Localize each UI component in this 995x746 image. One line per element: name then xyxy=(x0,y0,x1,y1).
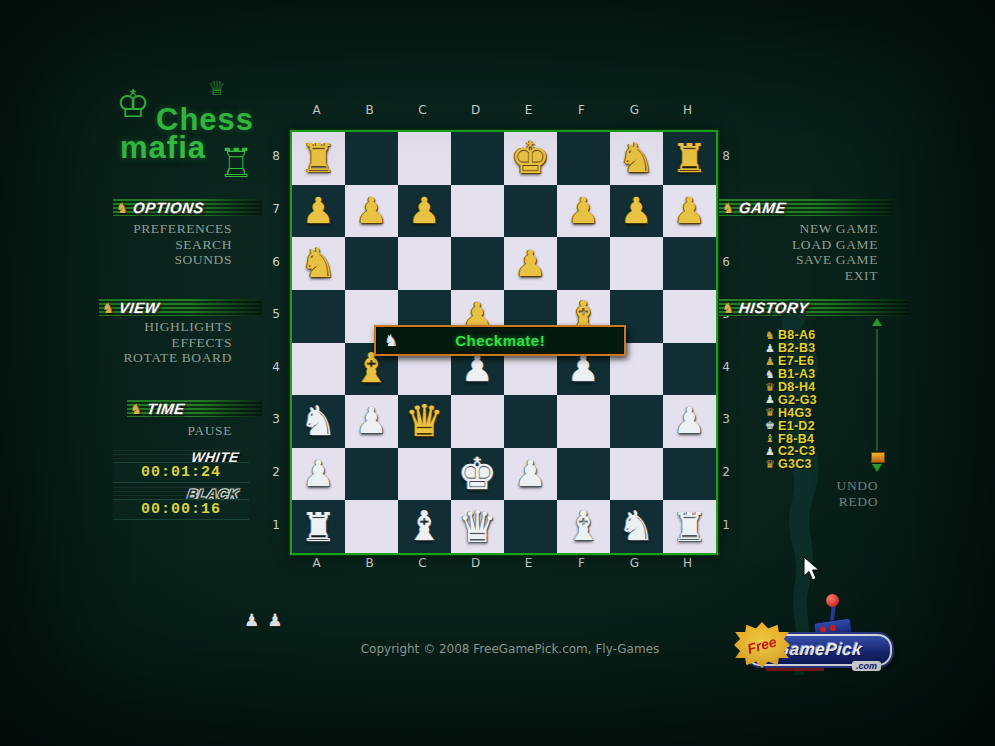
queen-outline-icon: ♕ xyxy=(208,76,226,100)
white-knight-icon: ♞ xyxy=(384,333,398,349)
history-move-text: G2-G3 xyxy=(778,393,817,407)
history-move-9[interactable]: ♝F8-B4 xyxy=(762,432,872,445)
black-q-move-icon: ♛ xyxy=(762,382,778,393)
game-menu: NEW GAMELOAD GAMESAVE GAMEEXIT xyxy=(740,221,878,283)
square-e8[interactable]: ♚ xyxy=(504,132,557,185)
rank-label-4: 4 xyxy=(268,341,284,394)
history-move-7[interactable]: ♛H4G3 xyxy=(762,406,872,419)
square-a5[interactable] xyxy=(292,290,345,343)
square-g2[interactable] xyxy=(610,448,663,501)
square-h7[interactable]: ♟ xyxy=(663,185,716,238)
square-e6[interactable]: ♟ xyxy=(504,237,557,290)
file-label-f: F xyxy=(555,103,608,117)
square-h2[interactable] xyxy=(663,448,716,501)
square-b6[interactable] xyxy=(345,237,398,290)
square-d1[interactable]: ♛ xyxy=(451,500,504,553)
time-title: TIME xyxy=(145,400,185,417)
logo-line2: mafia xyxy=(120,130,206,166)
sidebar-item-options-search[interactable]: SEARCH xyxy=(98,237,232,253)
file-labels-top: ABCDEFGH xyxy=(290,103,714,117)
copyright-text: Copyright © 2008 FreeGamePick.com, Fly-G… xyxy=(310,642,710,656)
piece-black-P-c7[interactable]: ♟ xyxy=(408,193,440,229)
history-move-4[interactable]: ♞B1-A3 xyxy=(762,368,872,381)
piece-black-K-e8[interactable]: ♚ xyxy=(511,136,550,180)
piece-white-K-d2[interactable]: ♚ xyxy=(458,452,497,496)
history-move-text: H4G3 xyxy=(778,406,812,420)
free-text: Free xyxy=(746,633,779,657)
white-p-move-icon: ♟ xyxy=(762,446,778,457)
square-g6[interactable] xyxy=(610,237,663,290)
square-c8[interactable] xyxy=(398,132,451,185)
history-move-text: B2-B3 xyxy=(778,341,816,355)
history-move-1[interactable]: ♞B8-A6 xyxy=(762,329,872,342)
square-b3[interactable]: ♟ xyxy=(345,395,398,448)
undo-redo-menu: UNDO REDO xyxy=(800,478,878,509)
file-label-h: H xyxy=(661,556,714,570)
piece-black-N-g8[interactable]: ♞ xyxy=(618,138,655,179)
history-move-10[interactable]: ♟C2-C3 xyxy=(762,445,872,458)
king-outline-icon: ♔ xyxy=(116,82,150,126)
file-label-f: F xyxy=(555,556,608,570)
sidebar-item-options-preferences[interactable]: PREFERENCES xyxy=(98,221,232,237)
time-header: ♞ TIME xyxy=(127,400,262,417)
file-label-d: D xyxy=(449,556,502,570)
history-move-2[interactable]: ♟B2-B3 xyxy=(762,342,872,355)
knight-icon: ♞ xyxy=(130,402,143,416)
square-b2[interactable] xyxy=(345,448,398,501)
black-n-move-icon: ♞ xyxy=(762,330,778,341)
square-g7[interactable]: ♟ xyxy=(610,185,663,238)
rank-label-2: 2 xyxy=(268,446,284,499)
joystick-ball-icon xyxy=(826,594,839,607)
square-f7[interactable]: ♟ xyxy=(557,185,610,238)
square-d8[interactable] xyxy=(451,132,504,185)
piece-black-P-f7[interactable]: ♟ xyxy=(567,193,599,229)
history-move-text: F8-B4 xyxy=(778,432,814,446)
sidebar-item-view-highlights[interactable]: HIGHLIGHTS xyxy=(88,319,232,335)
square-f1[interactable]: ♝ xyxy=(557,500,610,553)
square-e1[interactable] xyxy=(504,500,557,553)
captured-white-pawn-2: ♟ xyxy=(267,610,282,630)
sidebar-item-view-effects[interactable]: EFFECTS xyxy=(88,335,232,351)
black-q-move-icon: ♛ xyxy=(762,459,778,470)
game-header: ♞ GAME xyxy=(719,199,894,216)
history-move-11[interactable]: ♛G3C3 xyxy=(762,458,872,471)
sidebar-item-game-new-game[interactable]: NEW GAME xyxy=(740,221,878,237)
piece-white-Q-d1[interactable]: ♛ xyxy=(458,505,497,549)
square-d6[interactable] xyxy=(451,237,504,290)
piece-white-P-a2[interactable]: ♟ xyxy=(302,456,334,492)
file-label-g: G xyxy=(608,556,661,570)
square-f8[interactable] xyxy=(557,132,610,185)
history-move-text: E1-D2 xyxy=(778,419,815,433)
history-move-text: B1-A3 xyxy=(778,367,816,381)
square-f2[interactable] xyxy=(557,448,610,501)
square-c2[interactable] xyxy=(398,448,451,501)
piece-black-P-a7[interactable]: ♟ xyxy=(302,193,334,229)
view-title: VIEW xyxy=(117,299,160,316)
sidebar-item-options-sounds[interactable]: SOUNDS xyxy=(98,252,232,268)
square-a1[interactable]: ♜ xyxy=(292,500,345,553)
square-d7[interactable] xyxy=(451,185,504,238)
black-clock-panel: 00:00:16 xyxy=(113,499,249,520)
square-b1[interactable] xyxy=(345,500,398,553)
white-p-move-icon: ♟ xyxy=(762,394,778,405)
square-h4[interactable] xyxy=(663,343,716,396)
rank-label-6: 6 xyxy=(268,235,284,288)
square-g8[interactable]: ♞ xyxy=(610,132,663,185)
square-c7[interactable]: ♟ xyxy=(398,185,451,238)
checkmate-banner: ♞ Checkmate! xyxy=(374,325,626,356)
black-b-move-icon: ♝ xyxy=(762,433,778,444)
square-d2[interactable]: ♚ xyxy=(451,448,504,501)
square-g1[interactable]: ♞ xyxy=(610,500,663,553)
scrollbar-thumb[interactable] xyxy=(871,452,885,463)
file-label-a: A xyxy=(290,103,343,117)
white-clock-time: 00:01:24 xyxy=(113,464,249,481)
rank-label-8: 8 xyxy=(268,130,284,183)
piece-black-R-h8[interactable]: ♜ xyxy=(672,138,708,178)
file-label-h: H xyxy=(661,103,714,117)
move-history-list: ♞B8-A6♟B2-B3♟E7-E6♞B1-A3♛D8-H4♟G2-G3♛H4G… xyxy=(762,329,872,471)
knight-icon: ♞ xyxy=(116,201,129,215)
history-move-text: B8-A6 xyxy=(778,328,816,342)
square-c1[interactable]: ♝ xyxy=(398,500,451,553)
mouse-cursor xyxy=(803,556,821,582)
square-d3[interactable] xyxy=(451,395,504,448)
checkmate-text: Checkmate! xyxy=(398,332,602,349)
time-menu: PAUSE xyxy=(98,423,232,439)
options-header: ♞ OPTIONS xyxy=(113,199,262,216)
file-label-d: D xyxy=(449,103,502,117)
white-p-move-icon: ♟ xyxy=(762,343,778,354)
knight-icon: ♞ xyxy=(102,301,115,315)
square-a7[interactable]: ♟ xyxy=(292,185,345,238)
piece-white-P-f4[interactable]: ♟ xyxy=(567,351,599,387)
rank-label-1: 1 xyxy=(268,498,284,551)
white-k-move-icon: ♚ xyxy=(762,420,778,431)
scrollbar-track[interactable] xyxy=(876,329,878,451)
sidebar-item-time-pause[interactable]: PAUSE xyxy=(98,423,232,439)
sidebar-item-game-exit[interactable]: EXIT xyxy=(740,268,878,284)
square-g3[interactable] xyxy=(610,395,663,448)
knight-icon: ♞ xyxy=(722,201,735,215)
piece-black-Q-c3[interactable]: ♛ xyxy=(405,399,444,443)
rank-label-6: 6 xyxy=(718,235,734,288)
file-label-a: A xyxy=(290,556,343,570)
history-title: HISTORY xyxy=(737,299,809,316)
app-logo: ♔ ♕ Chess mafia ♖ xyxy=(116,88,266,198)
piece-white-P-h3[interactable]: ♟ xyxy=(673,403,705,439)
square-h1[interactable]: ♜ xyxy=(663,500,716,553)
piece-white-N-a3[interactable]: ♞ xyxy=(300,401,337,442)
piece-black-N-a6[interactable]: ♞ xyxy=(300,243,337,284)
piece-white-R-h1[interactable]: ♜ xyxy=(672,507,708,547)
black-p-move-icon: ♟ xyxy=(762,356,778,367)
history-move-8[interactable]: ♚E1-D2 xyxy=(762,419,872,432)
square-f6[interactable] xyxy=(557,237,610,290)
piece-black-P-g7[interactable]: ♟ xyxy=(620,193,652,229)
history-move-3[interactable]: ♟E7-E6 xyxy=(762,355,872,368)
rank-label-8: 8 xyxy=(718,130,734,183)
square-e7[interactable] xyxy=(504,185,557,238)
piece-white-P-e2[interactable]: ♟ xyxy=(514,456,546,492)
piece-white-R-a1[interactable]: ♜ xyxy=(301,507,337,547)
file-label-b: B xyxy=(343,103,396,117)
black-clock-time: 00:00:16 xyxy=(113,501,249,518)
piece-black-P-h7[interactable]: ♟ xyxy=(673,193,705,229)
piece-white-B-c1[interactable]: ♝ xyxy=(406,506,443,547)
history-move-5[interactable]: ♛D8-H4 xyxy=(762,381,872,394)
file-label-g: G xyxy=(608,103,661,117)
scroll-up-arrow[interactable] xyxy=(872,318,882,326)
square-a8[interactable]: ♜ xyxy=(292,132,345,185)
square-a3[interactable]: ♞ xyxy=(292,395,345,448)
file-label-c: C xyxy=(396,556,449,570)
sidebar-item-view-rotate-board[interactable]: ROTATE BOARD xyxy=(88,350,232,366)
history-move-text: E7-E6 xyxy=(778,354,814,368)
file-label-c: C xyxy=(396,103,449,117)
square-a6[interactable]: ♞ xyxy=(292,237,345,290)
file-label-b: B xyxy=(343,556,396,570)
white-clock-panel: 00:01:24 xyxy=(113,462,249,483)
piece-white-N-g1[interactable]: ♞ xyxy=(618,506,655,547)
square-a4[interactable] xyxy=(292,343,345,396)
piece-white-P-b3[interactable]: ♟ xyxy=(355,403,387,439)
square-h6[interactable] xyxy=(663,237,716,290)
piece-black-P-e6[interactable]: ♟ xyxy=(514,246,546,282)
options-menu: PREFERENCESSEARCHSOUNDS xyxy=(98,221,232,268)
history-move-text: G3C3 xyxy=(778,457,812,471)
square-h3[interactable]: ♟ xyxy=(663,395,716,448)
square-f3[interactable] xyxy=(557,395,610,448)
square-b8[interactable] xyxy=(345,132,398,185)
square-c3[interactable]: ♛ xyxy=(398,395,451,448)
rank-label-5: 5 xyxy=(268,288,284,341)
view-header: ♞ VIEW xyxy=(99,299,262,316)
piece-black-R-a8[interactable]: ♜ xyxy=(301,138,337,178)
rank-labels-left: 87654321 xyxy=(268,130,284,551)
history-move-text: C2-C3 xyxy=(778,444,816,458)
knight-icon: ♞ xyxy=(722,301,735,315)
game-title: GAME xyxy=(737,199,786,216)
scroll-down-arrow[interactable] xyxy=(872,464,882,472)
square-c6[interactable] xyxy=(398,237,451,290)
square-a2[interactable]: ♟ xyxy=(292,448,345,501)
file-label-e: E xyxy=(502,556,555,570)
undo-button[interactable]: UNDO xyxy=(800,478,878,494)
captured-white-pawn-1: ♟ xyxy=(244,610,259,630)
rank-label-7: 7 xyxy=(268,183,284,236)
history-move-6[interactable]: ♟G2-G3 xyxy=(762,393,872,406)
piece-black-P-b7[interactable]: ♟ xyxy=(355,193,387,229)
square-e2[interactable]: ♟ xyxy=(504,448,557,501)
file-labels-bottom: ABCDEFGH xyxy=(290,556,714,570)
square-b7[interactable]: ♟ xyxy=(345,185,398,238)
piece-white-P-d4[interactable]: ♟ xyxy=(461,351,493,387)
file-label-e: E xyxy=(502,103,555,117)
tagline-bar xyxy=(766,668,824,671)
game-window: ♔ ♕ Chess mafia ♖ ♞ OPTIONS PREFERENCESS… xyxy=(0,0,995,746)
rank-label-3: 3 xyxy=(268,393,284,446)
black-q-move-icon: ♛ xyxy=(762,407,778,418)
white-n-move-icon: ♞ xyxy=(762,369,778,380)
rook-outline-icon: ♖ xyxy=(218,140,254,186)
square-h5[interactable] xyxy=(663,290,716,343)
history-move-text: D8-H4 xyxy=(778,380,816,394)
dotcom-tab: .com xyxy=(852,661,881,671)
square-e3[interactable] xyxy=(504,395,557,448)
square-h8[interactable]: ♜ xyxy=(663,132,716,185)
view-menu: HIGHLIGHTSEFFECTSROTATE BOARD xyxy=(88,319,232,366)
captured-pieces-tray: ♟♟ xyxy=(244,610,283,630)
options-title: OPTIONS xyxy=(131,199,204,216)
redo-button[interactable]: REDO xyxy=(800,494,878,510)
sidebar-item-game-save-game[interactable]: SAVE GAME xyxy=(740,252,878,268)
sidebar-item-game-load-game[interactable]: LOAD GAME xyxy=(740,237,878,253)
freegamepick-logo: GamePick Free .com xyxy=(738,598,896,686)
piece-white-B-f1[interactable]: ♝ xyxy=(565,506,602,547)
